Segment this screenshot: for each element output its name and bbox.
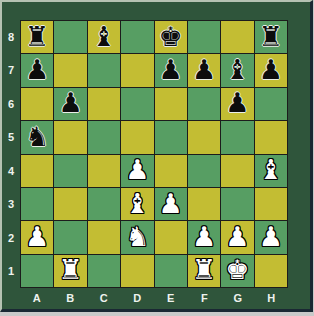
file-label-e: E [154,289,188,307]
square-c8[interactable]: ♝ [88,21,120,53]
square-h5[interactable] [255,121,287,153]
square-b2[interactable] [54,221,86,253]
black-bishop-c8[interactable]: ♝ [92,23,116,50]
square-e6[interactable] [155,88,187,120]
square-b5[interactable] [54,121,86,153]
square-a7[interactable]: ♟ [21,54,53,86]
black-rook-a8[interactable]: ♜ [25,23,49,50]
square-a1[interactable] [21,255,53,287]
square-a2[interactable]: ♟ [21,221,53,253]
square-g4[interactable] [221,155,253,187]
square-h4[interactable]: ♝ [255,155,287,187]
file-label-h: H [255,289,289,307]
square-b4[interactable] [54,155,86,187]
square-g7[interactable]: ♝ [221,54,253,86]
rank-label-7: 7 [2,54,20,88]
square-h2[interactable]: ♟ [255,221,287,253]
black-knight-a5[interactable]: ♞ [25,123,49,150]
white-pawn-h2[interactable]: ♟ [259,223,283,250]
rank-labels: 87654321 [2,20,20,288]
square-f8[interactable] [188,21,220,53]
white-king-g1[interactable]: ♚ [225,256,249,283]
square-c4[interactable] [88,155,120,187]
square-c1[interactable] [88,255,120,287]
square-b6[interactable]: ♟ [54,88,86,120]
white-pawn-g2[interactable]: ♟ [225,223,249,250]
chess-board[interactable]: ♜♝♚♜♟♟♟♝♟♟♟♞♟♝♝♟♟♞♟♟♟♜♜♚ [20,20,288,288]
black-rook-h8[interactable]: ♜ [259,23,283,50]
black-pawn-b6[interactable]: ♟ [58,89,82,116]
square-d7[interactable] [121,54,153,86]
rank-label-5: 5 [2,121,20,155]
square-a5[interactable]: ♞ [21,121,53,153]
rank-label-8: 8 [2,20,20,54]
square-h3[interactable] [255,188,287,220]
square-g1[interactable]: ♚ [221,255,253,287]
file-label-a: A [20,289,54,307]
square-e3[interactable]: ♟ [155,188,187,220]
square-e8[interactable]: ♚ [155,21,187,53]
square-d1[interactable] [121,255,153,287]
square-g5[interactable] [221,121,253,153]
square-h1[interactable] [255,255,287,287]
black-bishop-g7[interactable]: ♝ [225,56,249,83]
file-label-b: B [54,289,88,307]
square-f7[interactable]: ♟ [188,54,220,86]
black-king-e8[interactable]: ♚ [159,23,183,50]
square-h8[interactable]: ♜ [255,21,287,53]
square-f3[interactable] [188,188,220,220]
square-b8[interactable] [54,21,86,53]
square-e5[interactable] [155,121,187,153]
rank-label-1: 1 [2,255,20,289]
square-c6[interactable] [88,88,120,120]
square-d2[interactable]: ♞ [121,221,153,253]
square-e7[interactable]: ♟ [155,54,187,86]
square-b3[interactable] [54,188,86,220]
file-labels: ABCDEFGH [20,289,288,307]
square-e2[interactable] [155,221,187,253]
square-b1[interactable]: ♜ [54,255,86,287]
square-d8[interactable] [121,21,153,53]
square-b7[interactable] [54,54,86,86]
square-g8[interactable] [221,21,253,53]
rank-label-2: 2 [2,221,20,255]
white-rook-b1[interactable]: ♜ [58,256,82,283]
square-d5[interactable] [121,121,153,153]
square-f1[interactable]: ♜ [188,255,220,287]
file-label-c: C [87,289,121,307]
square-f6[interactable] [188,88,220,120]
square-d4[interactable]: ♟ [121,155,153,187]
square-f5[interactable] [188,121,220,153]
black-pawn-a7[interactable]: ♟ [25,56,49,83]
black-pawn-h7[interactable]: ♟ [259,56,283,83]
square-c3[interactable] [88,188,120,220]
white-pawn-e3[interactable]: ♟ [159,190,183,217]
square-f4[interactable] [188,155,220,187]
square-h7[interactable]: ♟ [255,54,287,86]
white-bishop-h4[interactable]: ♝ [259,156,283,183]
square-d3[interactable]: ♝ [121,188,153,220]
square-d6[interactable] [121,88,153,120]
square-a3[interactable] [21,188,53,220]
white-bishop-d3[interactable]: ♝ [125,190,149,217]
file-label-f: F [188,289,222,307]
square-a8[interactable]: ♜ [21,21,53,53]
black-pawn-e7[interactable]: ♟ [159,56,183,83]
square-g2[interactable]: ♟ [221,221,253,253]
square-f2[interactable]: ♟ [188,221,220,253]
square-c5[interactable] [88,121,120,153]
white-rook-f1[interactable]: ♜ [192,256,216,283]
square-e4[interactable] [155,155,187,187]
white-knight-d2[interactable]: ♞ [125,223,149,250]
board-frame: 87654321 ♜♝♚♜♟♟♟♝♟♟♟♞♟♝♝♟♟♞♟♟♟♜♜♚ ABCDEF… [0,0,313,312]
white-pawn-d4[interactable]: ♟ [125,156,149,183]
file-label-g: G [221,289,255,307]
white-pawn-f2[interactable]: ♟ [192,223,216,250]
square-c7[interactable] [88,54,120,86]
square-h6[interactable] [255,88,287,120]
square-a4[interactable] [21,155,53,187]
rank-label-3: 3 [2,188,20,222]
rank-label-6: 6 [2,87,20,121]
file-label-d: D [121,289,155,307]
white-pawn-a2[interactable]: ♟ [25,223,49,250]
square-a6[interactable] [21,88,53,120]
rank-label-4: 4 [2,154,20,188]
black-pawn-f7[interactable]: ♟ [192,56,216,83]
square-g6[interactable]: ♟ [221,88,253,120]
square-g3[interactable] [221,188,253,220]
square-c2[interactable] [88,221,120,253]
square-e1[interactable] [155,255,187,287]
black-pawn-g6[interactable]: ♟ [225,89,249,116]
